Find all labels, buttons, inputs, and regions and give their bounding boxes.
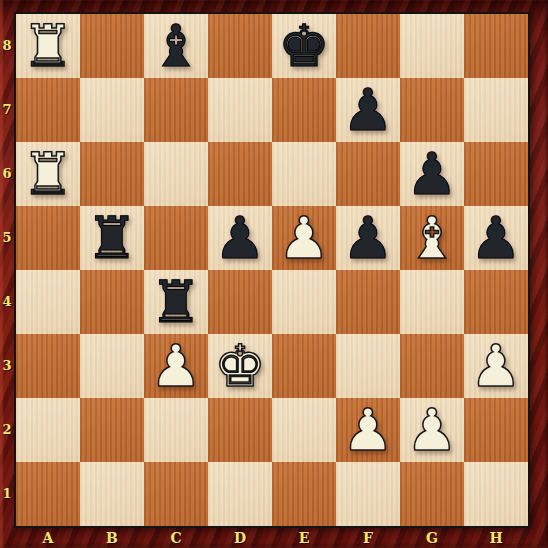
file-label-f: F xyxy=(336,528,400,548)
square-f6[interactable] xyxy=(336,142,400,206)
square-g2[interactable]: ♟ xyxy=(400,398,464,462)
square-g1[interactable] xyxy=(400,462,464,526)
square-a1[interactable] xyxy=(16,462,80,526)
square-b3[interactable] xyxy=(80,334,144,398)
square-b5[interactable]: ♜ xyxy=(80,206,144,270)
square-f2[interactable]: ♟ xyxy=(336,398,400,462)
square-c6[interactable] xyxy=(144,142,208,206)
piece-black-pawn[interactable]: ♟ xyxy=(400,142,464,206)
square-a6[interactable]: ♜ xyxy=(16,142,80,206)
square-a2[interactable] xyxy=(16,398,80,462)
piece-black-bishop[interactable]: ♝ xyxy=(144,14,208,78)
square-e1[interactable] xyxy=(272,462,336,526)
piece-black-pawn[interactable]: ♟ xyxy=(208,206,272,270)
piece-white-pawn[interactable]: ♟ xyxy=(336,398,400,462)
square-f4[interactable] xyxy=(336,270,400,334)
square-c8[interactable]: ♝ xyxy=(144,14,208,78)
square-b7[interactable] xyxy=(80,78,144,142)
square-d5[interactable]: ♟ xyxy=(208,206,272,270)
square-d1[interactable] xyxy=(208,462,272,526)
square-d2[interactable] xyxy=(208,398,272,462)
file-label-d: D xyxy=(208,528,272,548)
piece-white-rook[interactable]: ♜ xyxy=(16,14,80,78)
rank-label-5: 5 xyxy=(0,206,14,270)
square-d7[interactable] xyxy=(208,78,272,142)
file-label-h: H xyxy=(464,528,528,548)
square-h8[interactable] xyxy=(464,14,528,78)
square-a3[interactable] xyxy=(16,334,80,398)
square-c3[interactable]: ♟ xyxy=(144,334,208,398)
square-g7[interactable] xyxy=(400,78,464,142)
piece-white-pawn[interactable]: ♟ xyxy=(144,334,208,398)
square-d4[interactable] xyxy=(208,270,272,334)
rank-label-7: 7 xyxy=(0,78,14,142)
square-e2[interactable] xyxy=(272,398,336,462)
square-e8[interactable]: ♚ xyxy=(272,14,336,78)
piece-white-pawn[interactable]: ♟ xyxy=(400,398,464,462)
square-d6[interactable] xyxy=(208,142,272,206)
square-g3[interactable] xyxy=(400,334,464,398)
piece-black-pawn[interactable]: ♟ xyxy=(336,78,400,142)
square-b8[interactable] xyxy=(80,14,144,78)
square-f1[interactable] xyxy=(336,462,400,526)
file-label-g: G xyxy=(400,528,464,548)
piece-white-bishop[interactable]: ♝ xyxy=(400,206,464,270)
piece-black-pawn[interactable]: ♟ xyxy=(464,206,528,270)
square-a5[interactable] xyxy=(16,206,80,270)
square-a4[interactable] xyxy=(16,270,80,334)
square-h2[interactable] xyxy=(464,398,528,462)
rank-label-8: 8 xyxy=(0,14,14,78)
square-a8[interactable]: ♜ xyxy=(16,14,80,78)
square-f3[interactable] xyxy=(336,334,400,398)
square-g4[interactable] xyxy=(400,270,464,334)
square-f8[interactable] xyxy=(336,14,400,78)
square-h4[interactable] xyxy=(464,270,528,334)
chessboard-frame: ♜♝♚♟♜♟♜♟♟♟♝♟♜♟♚♟♟♟ ABCDEFGH87654321 xyxy=(0,0,548,548)
file-label-e: E xyxy=(272,528,336,548)
piece-white-king[interactable]: ♚ xyxy=(208,334,272,398)
rank-label-3: 3 xyxy=(0,334,14,398)
rank-label-6: 6 xyxy=(0,142,14,206)
square-d3[interactable]: ♚ xyxy=(208,334,272,398)
piece-white-rook[interactable]: ♜ xyxy=(16,142,80,206)
square-c7[interactable] xyxy=(144,78,208,142)
square-c4[interactable]: ♜ xyxy=(144,270,208,334)
square-b2[interactable] xyxy=(80,398,144,462)
square-g6[interactable]: ♟ xyxy=(400,142,464,206)
rank-label-4: 4 xyxy=(0,270,14,334)
piece-black-king[interactable]: ♚ xyxy=(272,14,336,78)
chess-board: ♜♝♚♟♜♟♜♟♟♟♝♟♜♟♚♟♟♟ xyxy=(14,12,530,528)
square-c2[interactable] xyxy=(144,398,208,462)
square-e3[interactable] xyxy=(272,334,336,398)
square-b6[interactable] xyxy=(80,142,144,206)
square-h3[interactable]: ♟ xyxy=(464,334,528,398)
file-label-b: B xyxy=(80,528,144,548)
square-e6[interactable] xyxy=(272,142,336,206)
square-h1[interactable] xyxy=(464,462,528,526)
square-d8[interactable] xyxy=(208,14,272,78)
square-h7[interactable] xyxy=(464,78,528,142)
piece-black-pawn[interactable]: ♟ xyxy=(336,206,400,270)
square-e4[interactable] xyxy=(272,270,336,334)
square-f5[interactable]: ♟ xyxy=(336,206,400,270)
piece-black-rook[interactable]: ♜ xyxy=(144,270,208,334)
piece-black-rook[interactable]: ♜ xyxy=(80,206,144,270)
square-c5[interactable] xyxy=(144,206,208,270)
square-c1[interactable] xyxy=(144,462,208,526)
square-h6[interactable] xyxy=(464,142,528,206)
rank-label-1: 1 xyxy=(0,462,14,526)
square-a7[interactable] xyxy=(16,78,80,142)
square-h5[interactable]: ♟ xyxy=(464,206,528,270)
square-g5[interactable]: ♝ xyxy=(400,206,464,270)
file-label-c: C xyxy=(144,528,208,548)
piece-white-pawn[interactable]: ♟ xyxy=(464,334,528,398)
square-e5[interactable]: ♟ xyxy=(272,206,336,270)
square-b1[interactable] xyxy=(80,462,144,526)
square-e7[interactable] xyxy=(272,78,336,142)
square-b4[interactable] xyxy=(80,270,144,334)
square-f7[interactable]: ♟ xyxy=(336,78,400,142)
piece-white-pawn[interactable]: ♟ xyxy=(272,206,336,270)
file-label-a: A xyxy=(16,528,80,548)
square-g8[interactable] xyxy=(400,14,464,78)
rank-label-2: 2 xyxy=(0,398,14,462)
